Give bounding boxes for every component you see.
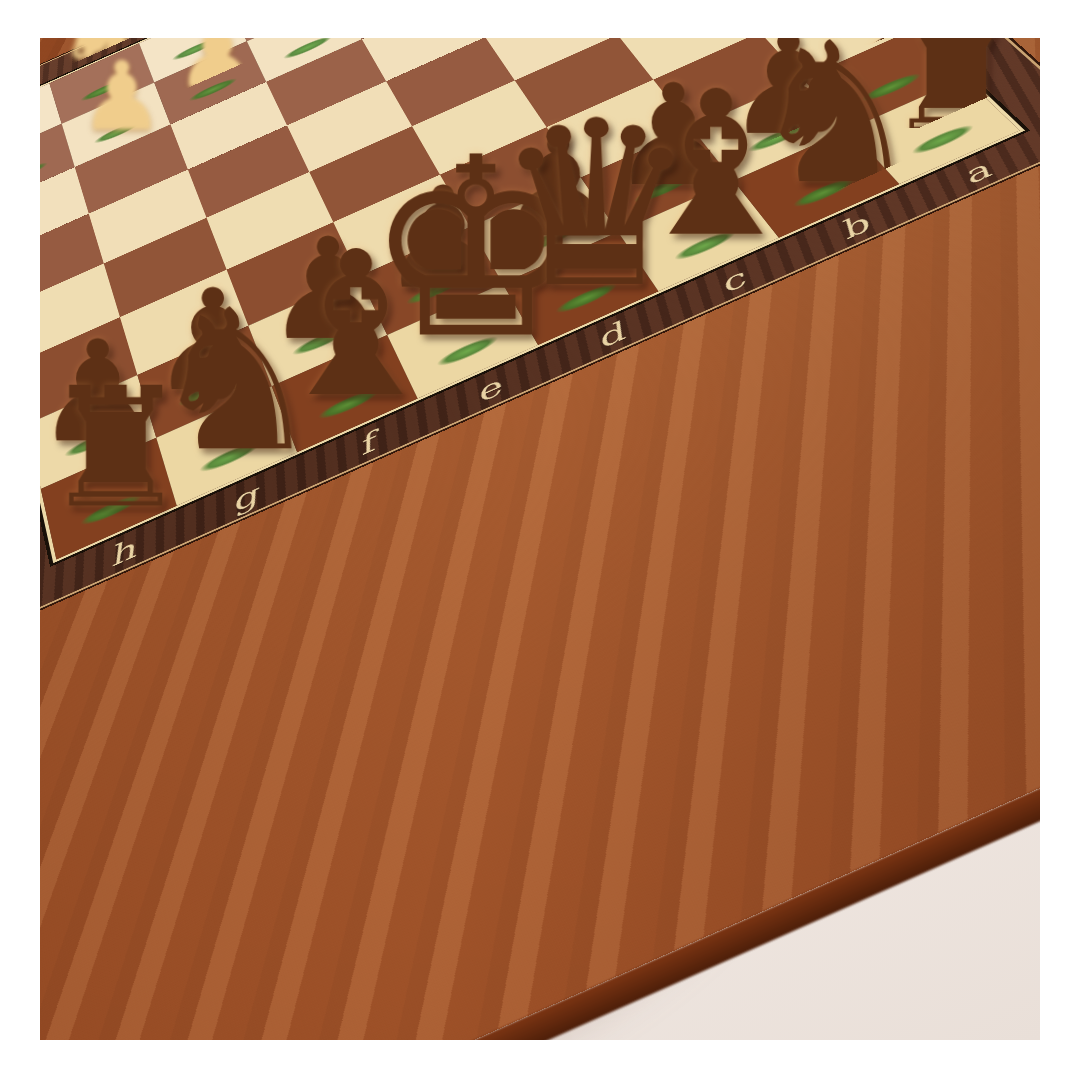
photo-frame: ♜♞♝♚♛♝♞♜♟♟♟♟♟♟♟♟♟♟♟♟♟♟♟♟♜♞♝♚♛♝♞♜ hgfedcb… [0, 0, 1080, 1080]
piece-black-queen-d8: ♛ [493, 96, 698, 313]
square-d8: ♛ [503, 232, 659, 345]
piece-white-pawn-g2: ♟ [79, 52, 164, 142]
piece-black-rook-h8: ♜ [41, 370, 189, 527]
chessboard-frame: ♜♞♝♚♛♝♞♜♟♟♟♟♟♟♟♟♟♟♟♟♟♟♟♟♜♞♝♚♛♝♞♜ hgfedcb… [40, 38, 1040, 623]
piece-black-rook-a8: ♜ [881, 38, 1029, 153]
studio-backdrop: ♜♞♝♚♛♝♞♜♟♟♟♟♟♟♟♟♟♟♟♟♟♟♟♟♜♞♝♚♛♝♞♜ hgfedcb… [40, 38, 1040, 1040]
square-b8: ♞ [734, 129, 900, 237]
chessboard-grid: ♜♞♝♚♛♝♞♜♟♟♟♟♟♟♟♟♟♟♟♟♟♟♟♟♜♞♝♚♛♝♞♜ [40, 38, 1020, 559]
